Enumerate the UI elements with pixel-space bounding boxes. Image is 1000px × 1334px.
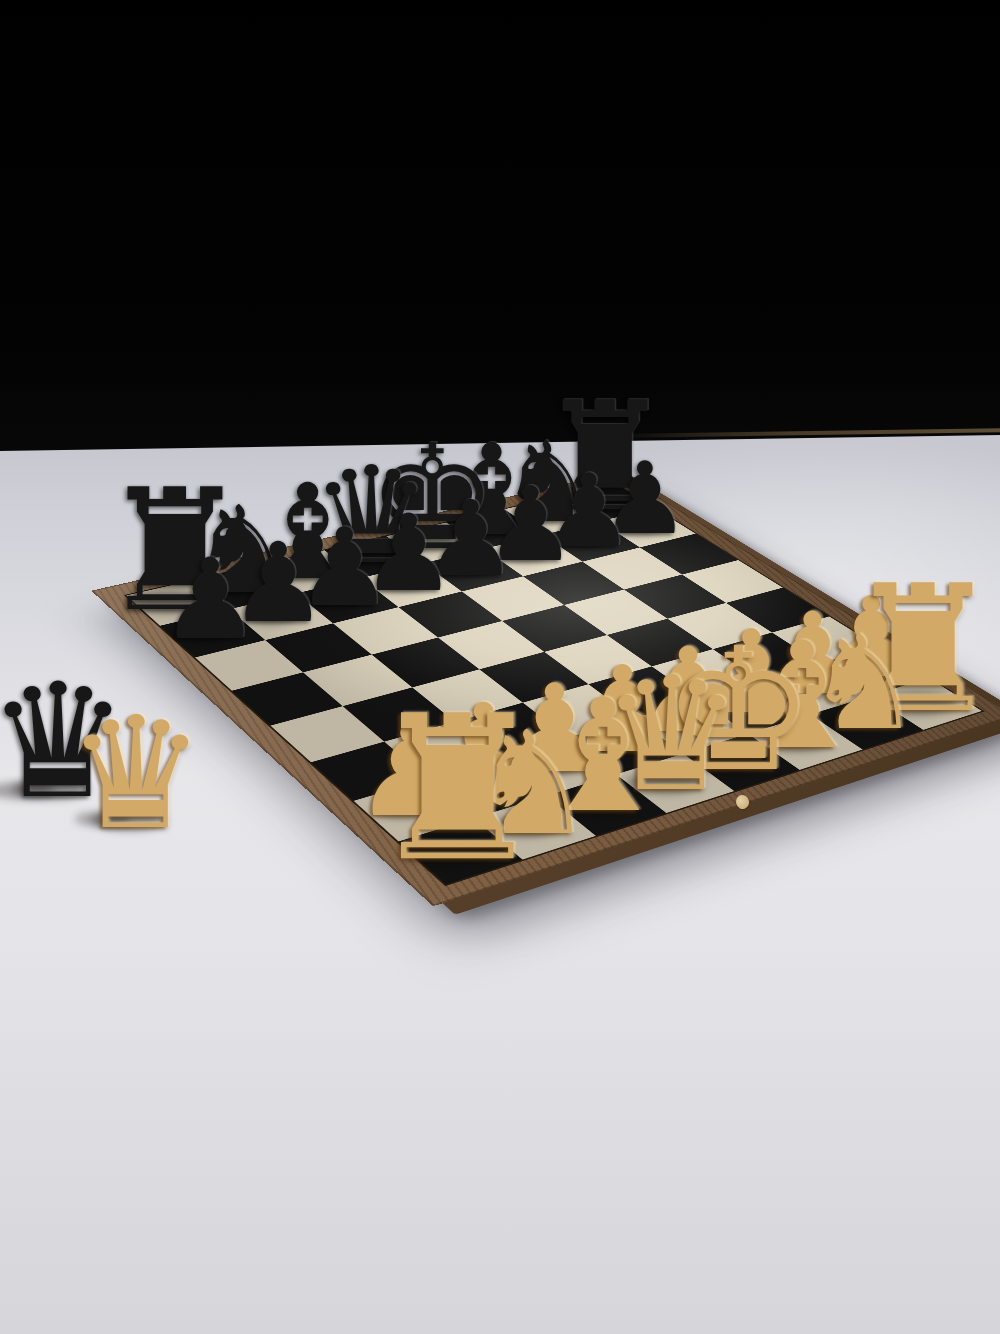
piece-layer: ♜♞♝♛♚♝♞♜♟♟♟♟♟♟♟♟♟♟♟♟♟♟♟♟♜♞♝♛♚♝♞♜♛♛ [0,0,1000,1334]
piece-black-pawn-a7[interactable]: ♟ [154,544,266,656]
scene: ♜♞♝♛♚♝♞♜♟♟♟♟♟♟♟♟♟♟♟♟♟♟♟♟♜♞♝♛♚♝♞♜♛♛ [0,0,1000,1334]
spare-white-queen[interactable]: ♛ [59,696,214,851]
piece-white-rook-a1[interactable]: ♜ [357,689,557,889]
